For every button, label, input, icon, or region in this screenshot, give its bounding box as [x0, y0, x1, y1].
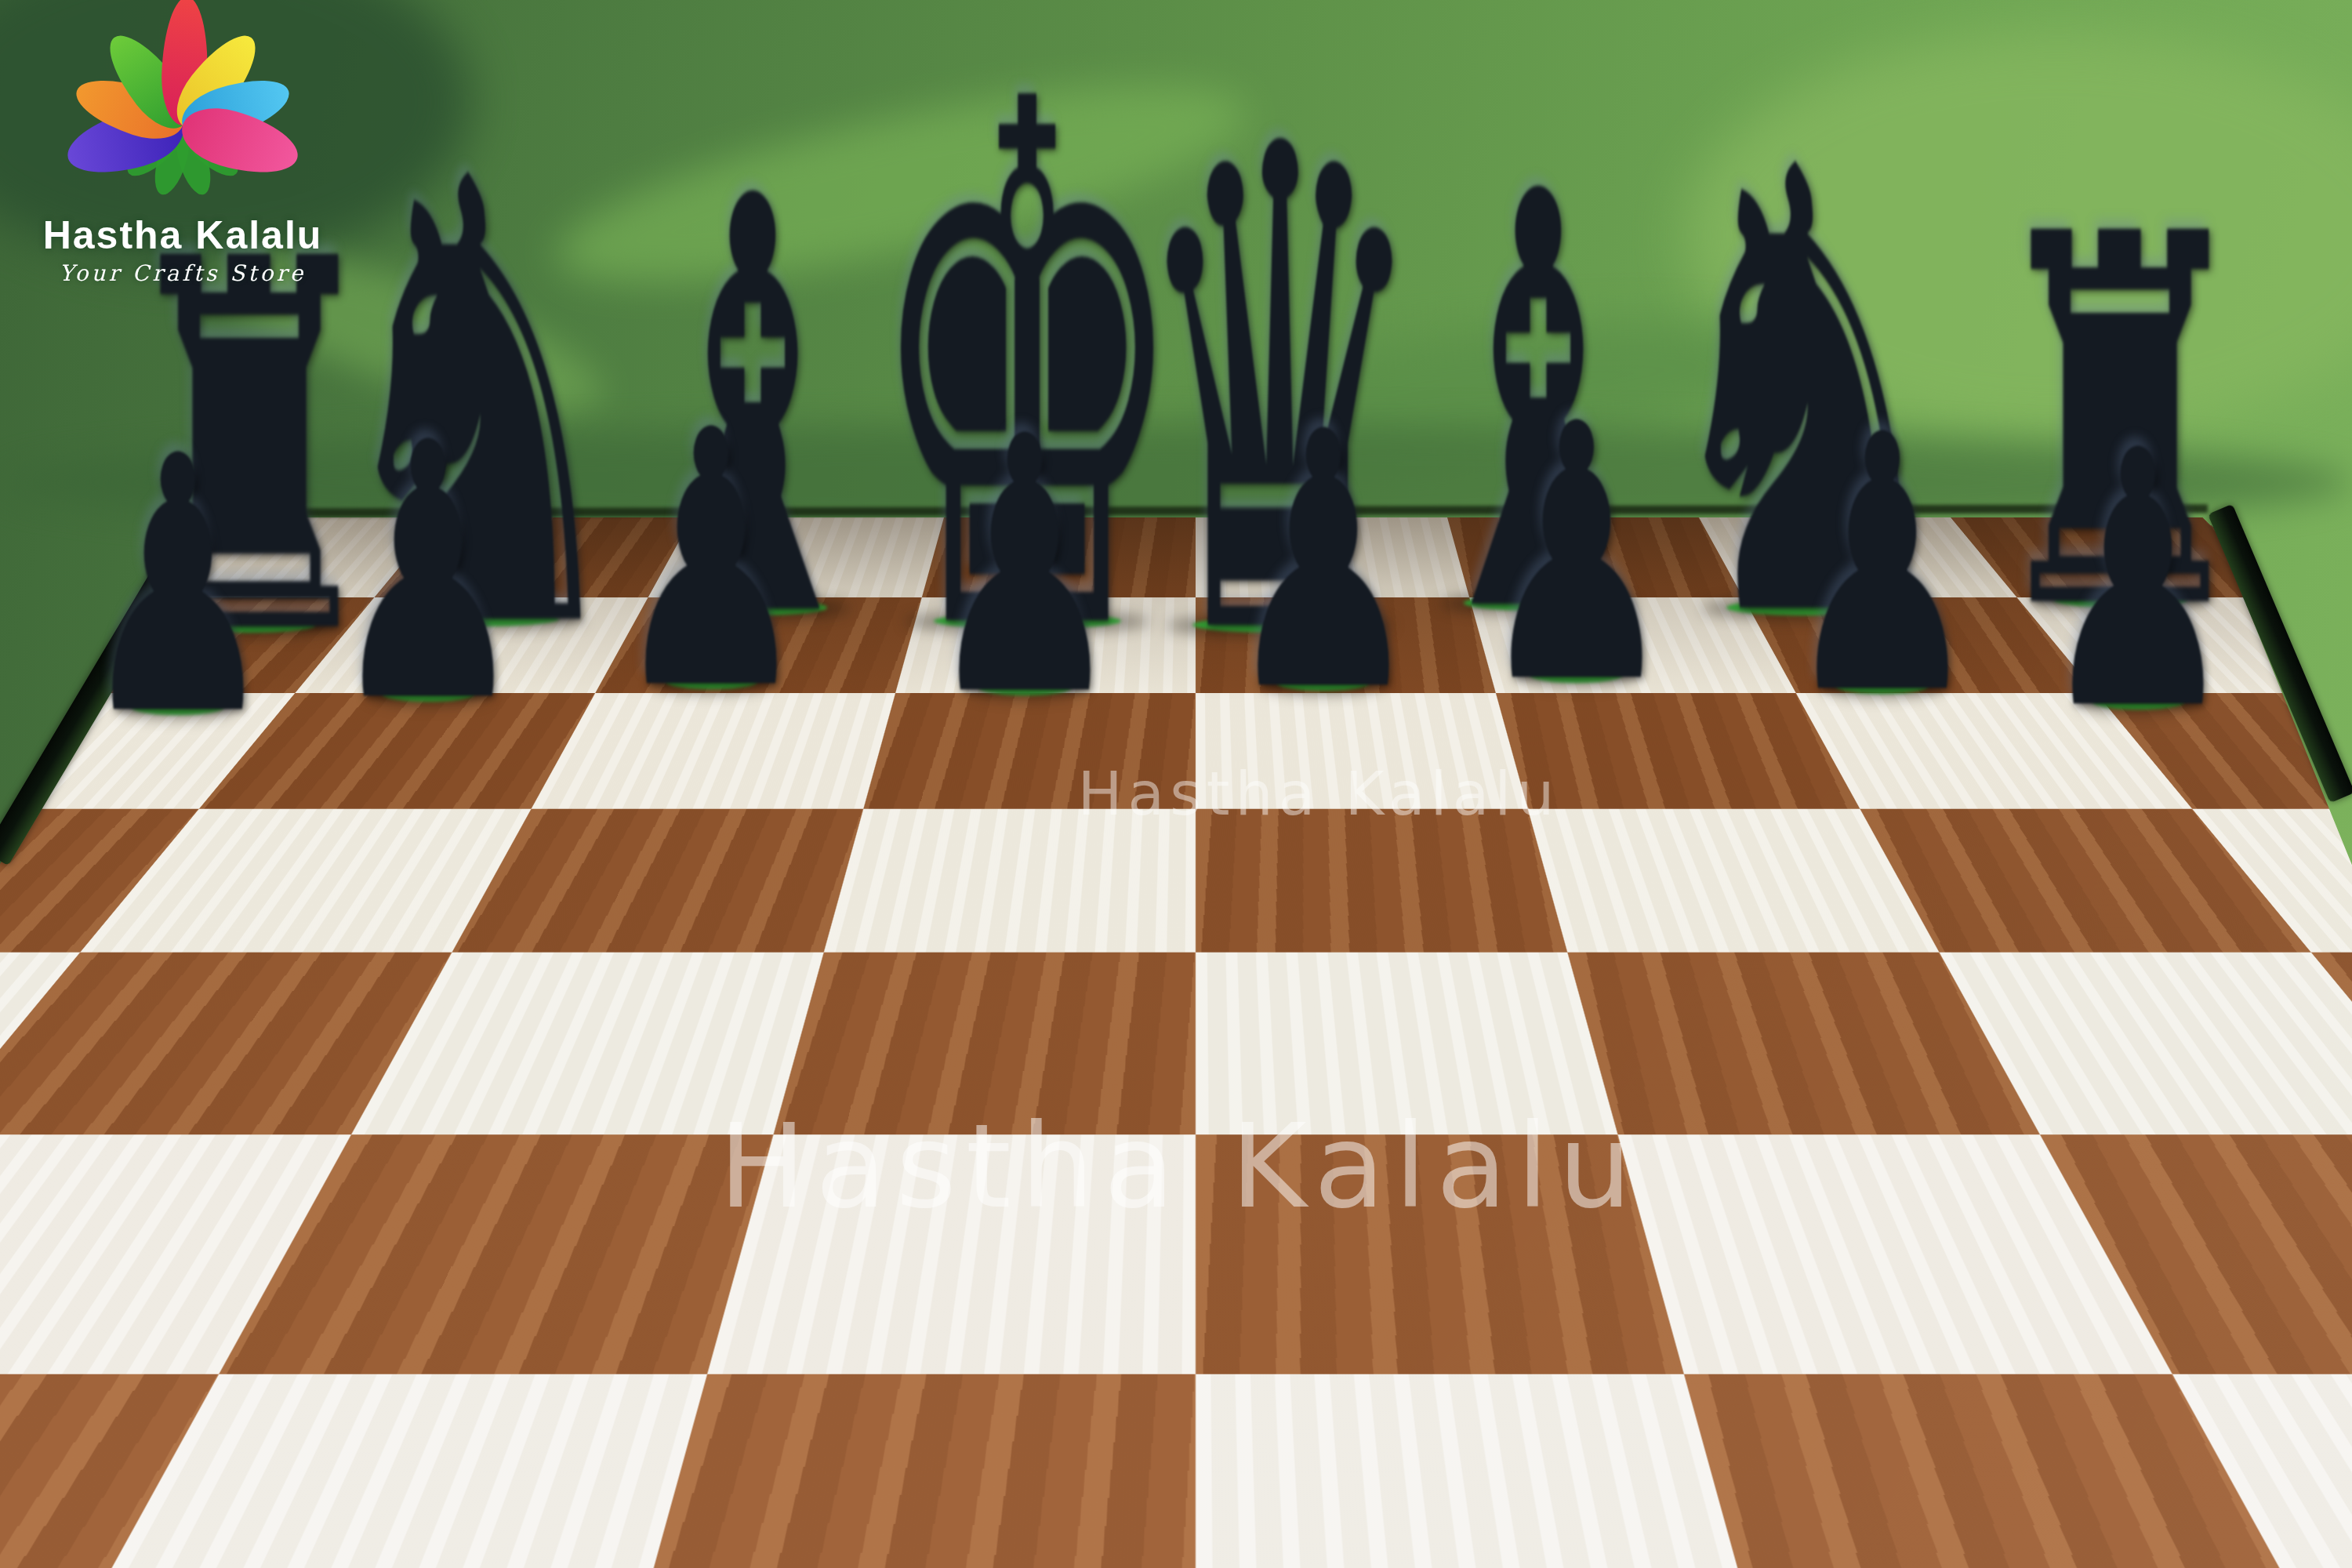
watermark-large: Hastha Kalalu	[719, 1099, 1642, 1234]
brand-name: Hastha Kalalu	[43, 212, 323, 258]
black-pawn: ♟	[1225, 386, 1421, 739]
black-pawn: ♟	[1784, 389, 1980, 742]
board-square	[616, 1374, 1196, 1568]
black-pawn: ♟	[80, 410, 276, 763]
black-pawn: ♟	[927, 390, 1123, 743]
board-square	[1196, 809, 1567, 953]
black-pawn: ♟	[330, 397, 526, 750]
board-square	[1196, 1374, 1775, 1568]
board-square	[824, 809, 1196, 953]
black-pawn: ♟	[2040, 405, 2236, 757]
black-pawn: ♟	[613, 384, 809, 737]
black-pawn: ♟	[1479, 378, 1675, 731]
product-photo: ♜♞♝♚♛♝♞♜♟♟♟♟♟♟♟♟ Hastha Kalalu Hastha Ka…	[0, 0, 2352, 1568]
watermark-small: Hastha Kalalu	[1077, 759, 1559, 829]
brand-tagline: Your Crafts Store	[60, 260, 307, 286]
brand-logo: Hastha Kalalu Your Crafts Store	[0, 0, 368, 314]
